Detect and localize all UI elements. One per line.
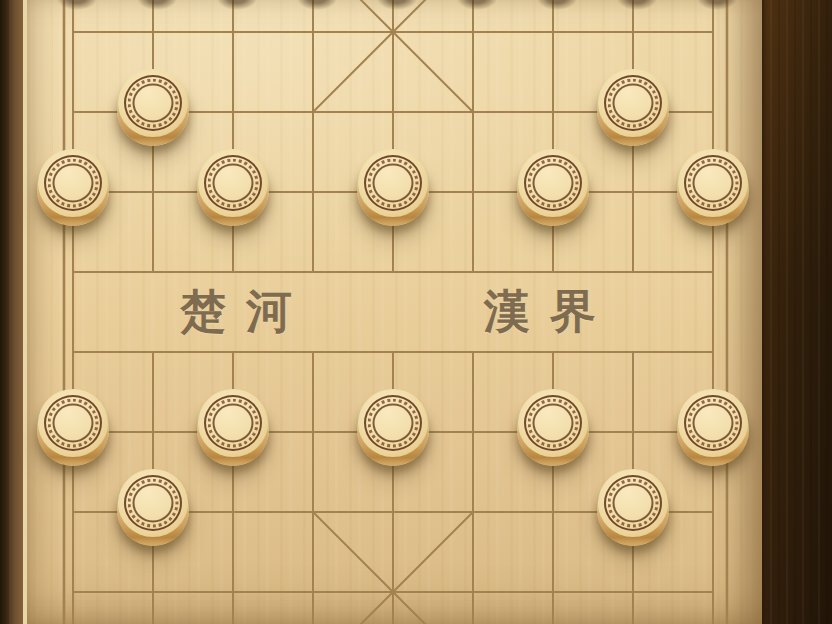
river-label-right: 漢界: [484, 286, 616, 338]
piece-blank-face: [678, 389, 748, 457]
table-edge-left-dark: [0, 0, 9, 624]
piece-ring-inner: [533, 164, 574, 203]
piece-ring-inner: [693, 404, 734, 443]
facedown-piece[interactable]: [517, 149, 589, 229]
facedown-piece[interactable]: [197, 389, 269, 469]
piece-ring-inner: [533, 404, 574, 443]
board-side-left-band: [9, 0, 23, 624]
piece-blank-face: [118, 469, 188, 537]
piece-ring-inner: [53, 404, 94, 443]
xiangqi-game-screenshot: 楚河 漢界: [0, 0, 832, 624]
piece-ring-inner: [373, 164, 414, 203]
piece-blank-face: [38, 149, 108, 217]
facedown-piece[interactable]: [117, 469, 189, 549]
facedown-piece[interactable]: [37, 389, 109, 469]
piece-blank-face: [518, 149, 588, 217]
piece-ring-inner: [133, 84, 174, 123]
piece-ring-inner: [213, 164, 254, 203]
piece-blank-face: [358, 389, 428, 457]
facedown-piece[interactable]: [357, 389, 429, 469]
facedown-piece[interactable]: [597, 69, 669, 149]
piece-ring-inner: [373, 404, 414, 443]
piece-blank-face: [198, 149, 268, 217]
facedown-piece[interactable]: [37, 149, 109, 229]
river-label-left: 楚河: [180, 286, 312, 338]
piece-ring-inner: [613, 484, 654, 523]
piece-blank-face: [598, 469, 668, 537]
piece-ring-inner: [693, 164, 734, 203]
facedown-piece[interactable]: [677, 149, 749, 229]
piece-ring-inner: [133, 484, 174, 523]
piece-blank-face: [678, 149, 748, 217]
facedown-piece[interactable]: [197, 149, 269, 229]
piece-blank-face: [518, 389, 588, 457]
facedown-piece[interactable]: [597, 469, 669, 549]
table-edge-right-band: [762, 0, 832, 624]
facedown-piece[interactable]: [517, 389, 589, 469]
piece-blank-face: [38, 389, 108, 457]
piece-blank-face: [118, 69, 188, 137]
facedown-piece[interactable]: [117, 69, 189, 149]
piece-blank-face: [198, 389, 268, 457]
piece-ring-inner: [213, 404, 254, 443]
piece-ring-inner: [53, 164, 94, 203]
piece-blank-face: [358, 149, 428, 217]
piece-blank-face: [598, 69, 668, 137]
piece-ring-inner: [613, 84, 654, 123]
facedown-piece[interactable]: [357, 149, 429, 229]
facedown-piece[interactable]: [677, 389, 749, 469]
